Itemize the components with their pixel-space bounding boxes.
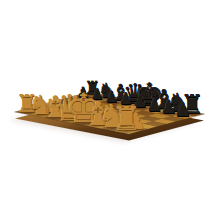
photo-canvas: ♜♞♝♛♚♝♞♜♟♟♟♟♟♟♟♟♟♟♟♟♟♟♟♟♜♞♝♛♚♝♞♜ [0, 0, 224, 224]
